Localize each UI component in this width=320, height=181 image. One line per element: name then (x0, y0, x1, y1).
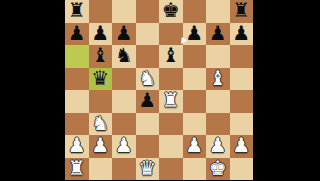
square-d8[interactable] (136, 0, 160, 23)
square-b4[interactable] (89, 90, 113, 113)
piece-black-bishop-b6[interactable]: ♝ (91, 45, 109, 65)
piece-white-pawn-g2[interactable]: ♟ (209, 135, 227, 155)
square-c7[interactable]: ♟ (112, 23, 136, 46)
square-e3[interactable] (159, 113, 183, 136)
square-c3[interactable] (112, 113, 136, 136)
square-d2[interactable] (136, 135, 160, 158)
video-frame: ♜♚♜♟♟♟♟♟♟♝♞♝♛♞♝♟♜♞♟♟♟♟♟♟♜♛♚ (0, 0, 320, 180)
letterbox-right (253, 0, 320, 180)
square-d5[interactable]: ♞ (136, 68, 160, 91)
square-g7[interactable]: ♟ (206, 23, 230, 46)
square-a8[interactable]: ♜ (65, 0, 89, 23)
piece-white-pawn-a2[interactable]: ♟ (68, 135, 86, 155)
square-h4[interactable] (230, 90, 254, 113)
square-c8[interactable] (112, 0, 136, 23)
piece-black-queen-b5[interactable]: ♛ (91, 68, 109, 88)
square-f3[interactable] (183, 113, 207, 136)
square-b7[interactable]: ♟ (89, 23, 113, 46)
letterbox-left (0, 0, 65, 180)
square-h8[interactable]: ♜ (230, 0, 254, 23)
square-e6[interactable]: ♝ (159, 45, 183, 68)
square-f6[interactable] (183, 45, 207, 68)
square-b5[interactable]: ♛ (89, 68, 113, 91)
piece-black-pawn-a7[interactable]: ♟ (68, 23, 86, 43)
square-b6[interactable]: ♝ (89, 45, 113, 68)
square-a3[interactable] (65, 113, 89, 136)
square-h6[interactable] (230, 45, 254, 68)
square-d4[interactable]: ♟ (136, 90, 160, 113)
square-c1[interactable] (112, 158, 136, 181)
square-h1[interactable] (230, 158, 254, 181)
square-h3[interactable] (230, 113, 254, 136)
piece-white-pawn-c2[interactable]: ♟ (115, 135, 133, 155)
piece-white-king-g1[interactable]: ♚ (209, 158, 227, 178)
square-d1[interactable]: ♛ (136, 158, 160, 181)
square-d6[interactable] (136, 45, 160, 68)
square-b2[interactable]: ♟ (89, 135, 113, 158)
square-h2[interactable]: ♟ (230, 135, 254, 158)
square-f4[interactable] (183, 90, 207, 113)
square-e7[interactable] (159, 23, 183, 46)
square-d3[interactable] (136, 113, 160, 136)
square-c5[interactable] (112, 68, 136, 91)
piece-black-pawn-g7[interactable]: ♟ (209, 23, 227, 43)
square-c6[interactable]: ♞ (112, 45, 136, 68)
piece-white-bishop-g5[interactable]: ♝ (209, 68, 227, 88)
square-e1[interactable] (159, 158, 183, 181)
square-b8[interactable] (89, 0, 113, 23)
piece-black-king-e8[interactable]: ♚ (162, 0, 180, 20)
piece-black-rook-h8[interactable]: ♜ (232, 0, 250, 20)
square-e2[interactable] (159, 135, 183, 158)
square-a1[interactable]: ♜ (65, 158, 89, 181)
square-f7[interactable]: ♟ (183, 23, 207, 46)
square-f5[interactable] (183, 68, 207, 91)
square-f2[interactable]: ♟ (183, 135, 207, 158)
square-a5[interactable] (65, 68, 89, 91)
piece-black-pawn-f7[interactable]: ♟ (185, 23, 203, 43)
piece-white-rook-e4[interactable]: ♜ (162, 90, 180, 110)
piece-white-knight-d5[interactable]: ♞ (138, 68, 156, 88)
square-g6[interactable] (206, 45, 230, 68)
piece-white-knight-b3[interactable]: ♞ (91, 113, 109, 133)
piece-white-pawn-b2[interactable]: ♟ (91, 135, 109, 155)
piece-black-pawn-b7[interactable]: ♟ (91, 23, 109, 43)
piece-white-rook-a1[interactable]: ♜ (68, 158, 86, 178)
piece-black-pawn-h7[interactable]: ♟ (232, 23, 250, 43)
square-e8[interactable]: ♚ (159, 0, 183, 23)
square-c4[interactable] (112, 90, 136, 113)
square-g4[interactable] (206, 90, 230, 113)
square-g1[interactable]: ♚ (206, 158, 230, 181)
square-f1[interactable] (183, 158, 207, 181)
square-a2[interactable]: ♟ (65, 135, 89, 158)
square-g2[interactable]: ♟ (206, 135, 230, 158)
piece-white-queen-d1[interactable]: ♛ (138, 158, 156, 178)
square-g8[interactable] (206, 0, 230, 23)
piece-white-pawn-f2[interactable]: ♟ (185, 135, 203, 155)
chess-board: ♜♚♜♟♟♟♟♟♟♝♞♝♛♞♝♟♜♞♟♟♟♟♟♟♜♛♚ (65, 0, 253, 180)
piece-black-pawn-c7[interactable]: ♟ (115, 23, 133, 43)
square-a7[interactable]: ♟ (65, 23, 89, 46)
piece-black-pawn-d4[interactable]: ♟ (138, 90, 156, 110)
square-h7[interactable]: ♟ (230, 23, 254, 46)
square-b1[interactable] (89, 158, 113, 181)
piece-white-pawn-h2[interactable]: ♟ (232, 135, 250, 155)
square-a6[interactable] (65, 45, 89, 68)
square-a4[interactable] (65, 90, 89, 113)
square-b3[interactable]: ♞ (89, 113, 113, 136)
square-g5[interactable]: ♝ (206, 68, 230, 91)
square-g3[interactable] (206, 113, 230, 136)
piece-black-rook-a8[interactable]: ♜ (68, 0, 86, 20)
square-e5[interactable] (159, 68, 183, 91)
square-e4[interactable]: ♜ (159, 90, 183, 113)
square-h5[interactable] (230, 68, 254, 91)
square-c2[interactable]: ♟ (112, 135, 136, 158)
piece-black-bishop-e6[interactable]: ♝ (162, 45, 180, 65)
square-d7[interactable] (136, 23, 160, 46)
square-f8[interactable] (183, 0, 207, 23)
piece-black-knight-c6[interactable]: ♞ (115, 45, 133, 65)
